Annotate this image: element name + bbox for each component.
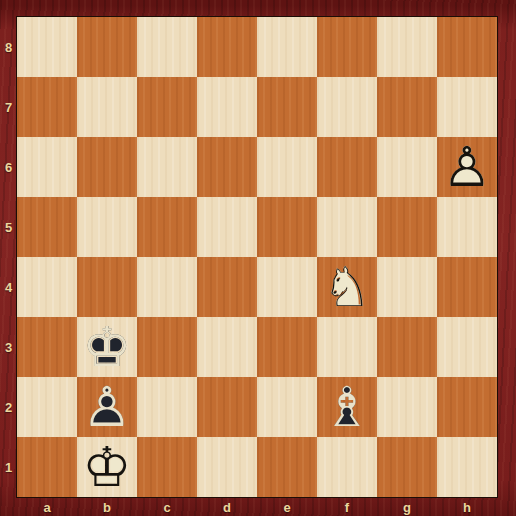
white-king-outline: ♔	[82, 437, 131, 497]
square-b2[interactable]: ♟♙	[77, 377, 137, 437]
square-g4[interactable]	[377, 257, 437, 317]
square-b3[interactable]: ♚♔	[77, 317, 137, 377]
square-f7[interactable]	[317, 77, 377, 137]
rank-label-2: 2	[0, 377, 17, 437]
square-b1[interactable]: ♚♔	[77, 437, 137, 497]
piece-black-bishop[interactable]: ♝♗	[317, 377, 377, 437]
rank-label-1: 1	[0, 437, 17, 497]
rank-label-3: 3	[0, 317, 17, 377]
file-label-a: a	[17, 498, 77, 516]
file-label-b: b	[77, 498, 137, 516]
square-b7[interactable]	[77, 77, 137, 137]
square-g8[interactable]	[377, 17, 437, 77]
square-e7[interactable]	[257, 77, 317, 137]
square-d5[interactable]	[197, 197, 257, 257]
square-h5[interactable]	[437, 197, 497, 257]
square-h3[interactable]	[437, 317, 497, 377]
white-knight-outline: ♘	[322, 257, 371, 317]
black-bishop-outline: ♗	[322, 377, 371, 437]
square-d7[interactable]	[197, 77, 257, 137]
square-f2[interactable]: ♝♗	[317, 377, 377, 437]
square-g3[interactable]	[377, 317, 437, 377]
piece-white-king[interactable]: ♚♔	[77, 437, 137, 497]
square-d3[interactable]	[197, 317, 257, 377]
rank-label-7: 7	[0, 77, 17, 137]
square-e2[interactable]	[257, 377, 317, 437]
square-c2[interactable]	[137, 377, 197, 437]
square-c8[interactable]	[137, 17, 197, 77]
piece-white-knight[interactable]: ♞♘	[317, 257, 377, 317]
piece-black-king[interactable]: ♚♔	[77, 317, 137, 377]
square-f8[interactable]	[317, 17, 377, 77]
square-c3[interactable]	[137, 317, 197, 377]
square-d6[interactable]	[197, 137, 257, 197]
square-b5[interactable]	[77, 197, 137, 257]
white-pawn-outline: ♙	[442, 137, 491, 197]
square-a2[interactable]	[17, 377, 77, 437]
square-e3[interactable]	[257, 317, 317, 377]
square-a8[interactable]	[17, 17, 77, 77]
rank-label-4: 4	[0, 257, 17, 317]
square-h8[interactable]	[437, 17, 497, 77]
chess-board: ♟♙♞♘♚♔♟♙♝♗♚♔	[17, 17, 497, 497]
square-e4[interactable]	[257, 257, 317, 317]
piece-white-pawn[interactable]: ♟♙	[437, 137, 497, 197]
file-label-g: g	[377, 498, 437, 516]
file-label-e: e	[257, 498, 317, 516]
square-c7[interactable]	[137, 77, 197, 137]
square-e1[interactable]	[257, 437, 317, 497]
file-label-c: c	[137, 498, 197, 516]
square-h4[interactable]	[437, 257, 497, 317]
square-f5[interactable]	[317, 197, 377, 257]
square-h2[interactable]	[437, 377, 497, 437]
square-g5[interactable]	[377, 197, 437, 257]
square-g6[interactable]	[377, 137, 437, 197]
square-a5[interactable]	[17, 197, 77, 257]
black-pawn-outline: ♙	[82, 377, 131, 437]
square-a4[interactable]	[17, 257, 77, 317]
square-e8[interactable]	[257, 17, 317, 77]
file-label-d: d	[197, 498, 257, 516]
black-king-outline: ♔	[82, 317, 131, 377]
square-d8[interactable]	[197, 17, 257, 77]
square-c5[interactable]	[137, 197, 197, 257]
rank-label-8: 8	[0, 17, 17, 77]
square-g2[interactable]	[377, 377, 437, 437]
square-b6[interactable]	[77, 137, 137, 197]
square-f4[interactable]: ♞♘	[317, 257, 377, 317]
square-b8[interactable]	[77, 17, 137, 77]
square-g1[interactable]	[377, 437, 437, 497]
square-a7[interactable]	[17, 77, 77, 137]
board-frame: ♟♙♞♘♚♔♟♙♝♗♚♔ 87654321 abcdefgh	[0, 0, 516, 516]
square-f6[interactable]	[317, 137, 377, 197]
rank-label-6: 6	[0, 137, 17, 197]
square-b4[interactable]	[77, 257, 137, 317]
square-d4[interactable]	[197, 257, 257, 317]
square-d2[interactable]	[197, 377, 257, 437]
file-label-f: f	[317, 498, 377, 516]
square-f1[interactable]	[317, 437, 377, 497]
square-a3[interactable]	[17, 317, 77, 377]
square-h7[interactable]	[437, 77, 497, 137]
square-e6[interactable]	[257, 137, 317, 197]
square-f3[interactable]	[317, 317, 377, 377]
piece-black-pawn[interactable]: ♟♙	[77, 377, 137, 437]
square-c4[interactable]	[137, 257, 197, 317]
rank-label-5: 5	[0, 197, 17, 257]
square-h1[interactable]	[437, 437, 497, 497]
square-h6[interactable]: ♟♙	[437, 137, 497, 197]
square-a6[interactable]	[17, 137, 77, 197]
square-g7[interactable]	[377, 77, 437, 137]
square-c6[interactable]	[137, 137, 197, 197]
square-d1[interactable]	[197, 437, 257, 497]
square-c1[interactable]	[137, 437, 197, 497]
square-e5[interactable]	[257, 197, 317, 257]
square-a1[interactable]	[17, 437, 77, 497]
file-label-h: h	[437, 498, 497, 516]
